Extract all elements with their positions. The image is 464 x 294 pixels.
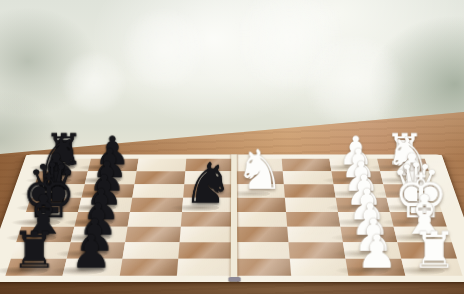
square-a6[interactable] bbox=[137, 159, 187, 171]
piece-white-knight-c4[interactable]: ♞ bbox=[234, 143, 285, 198]
square-b6[interactable] bbox=[134, 171, 185, 184]
square-d5[interactable]: ♞ bbox=[182, 198, 234, 212]
square-e5[interactable] bbox=[181, 212, 234, 227]
square-f4[interactable] bbox=[234, 227, 288, 243]
square-e6[interactable] bbox=[128, 212, 182, 227]
square-g4[interactable] bbox=[234, 242, 290, 258]
square-e4[interactable] bbox=[234, 212, 287, 227]
square-h6[interactable] bbox=[120, 259, 179, 276]
chess-photo-scene: ♜♟♟♜♞♟♟♞♝♟♞♟♝♛♟♞♟♛♚♟♟♚♝♟♟♝♟♟♜♟♟♜ bbox=[0, 0, 464, 294]
square-c6[interactable] bbox=[132, 184, 184, 198]
piece-black-pawn-h7[interactable]: ♟ bbox=[63, 229, 120, 275]
square-c4[interactable]: ♞ bbox=[234, 184, 285, 198]
piece-white-rook-h1[interactable]: ♜ bbox=[405, 225, 462, 276]
piece-white-pawn-h2[interactable]: ♟ bbox=[348, 229, 405, 275]
square-h8[interactable]: ♜ bbox=[5, 259, 66, 276]
square-f6[interactable] bbox=[125, 227, 181, 243]
white-knight-glyph: ♞ bbox=[235, 143, 284, 198]
square-h2[interactable]: ♟ bbox=[346, 259, 406, 276]
piece-black-rook-h8[interactable]: ♜ bbox=[5, 225, 62, 276]
black-pawn-glyph: ♟ bbox=[70, 229, 111, 275]
board-scene: ♜♟♟♜♞♟♟♞♝♟♞♟♝♛♟♞♟♛♚♟♟♚♝♟♟♝♟♟♜♟♟♜ bbox=[0, 0, 464, 294]
chess-board: ♜♟♟♜♞♟♟♞♝♟♞♟♝♛♟♞♟♛♚♟♟♚♝♟♟♝♟♟♜♟♟♜ bbox=[0, 154, 464, 282]
square-d3[interactable] bbox=[285, 198, 338, 212]
square-g5[interactable] bbox=[178, 242, 234, 258]
square-f5[interactable] bbox=[180, 227, 234, 243]
square-d4[interactable] bbox=[234, 198, 286, 212]
black-rook-glyph: ♜ bbox=[11, 225, 56, 276]
square-h1[interactable]: ♜ bbox=[401, 259, 462, 276]
white-rook-glyph: ♜ bbox=[411, 225, 456, 276]
square-h5[interactable] bbox=[177, 259, 234, 276]
piece-black-knight-d5[interactable]: ♞ bbox=[182, 156, 234, 212]
square-h7[interactable]: ♟ bbox=[63, 259, 123, 276]
square-h4[interactable] bbox=[234, 259, 291, 276]
square-d6[interactable] bbox=[130, 198, 183, 212]
black-knight-glyph: ♞ bbox=[183, 156, 233, 212]
white-pawn-glyph: ♟ bbox=[356, 229, 397, 275]
square-g6[interactable] bbox=[122, 242, 179, 258]
